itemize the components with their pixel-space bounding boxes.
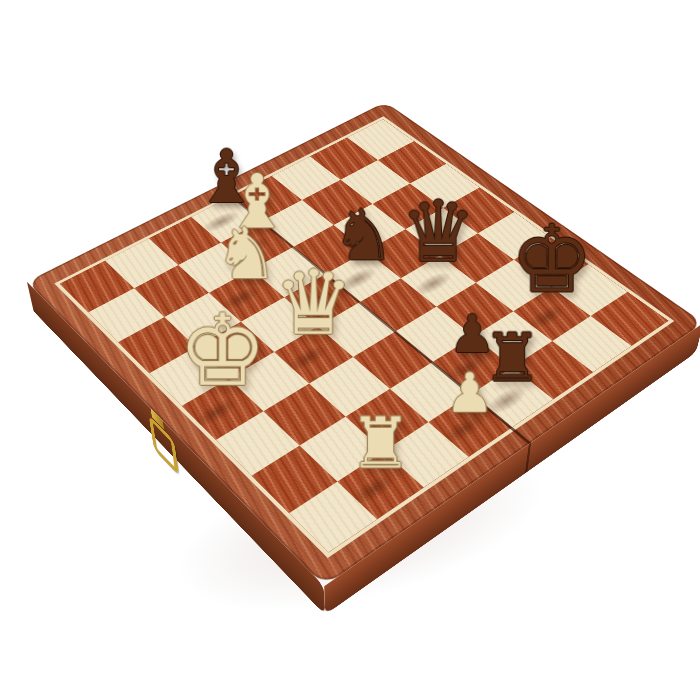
fold-seam-side <box>525 442 531 473</box>
board-pieces: ♚♛♜♝♞♟♚♛♜♝♞♟ <box>60 119 669 552</box>
folding-chess-board: ♚♛♜♝♞♟♚♛♜♝♞♟ <box>27 102 700 586</box>
board-frame: ♚♛♜♝♞♟♚♛♜♝♞♟ <box>27 102 700 586</box>
product-photo-stage: ♚♛♜♝♞♟♚♛♜♝♞♟ <box>0 0 700 700</box>
piece-glyph: ♚ <box>158 288 287 409</box>
piece-wR-h2[interactable]: ♜ <box>337 451 423 519</box>
playing-area: ♚♛♜♝♞♟♚♛♜♝♞♟ <box>60 119 669 552</box>
piece-wK-e1[interactable]: ♚ <box>182 378 264 440</box>
piece-glyph: ♜ <box>312 357 448 484</box>
chess-set-scene: ♚♛♜♝♞♟♚♛♜♝♞♟ <box>120 62 600 542</box>
